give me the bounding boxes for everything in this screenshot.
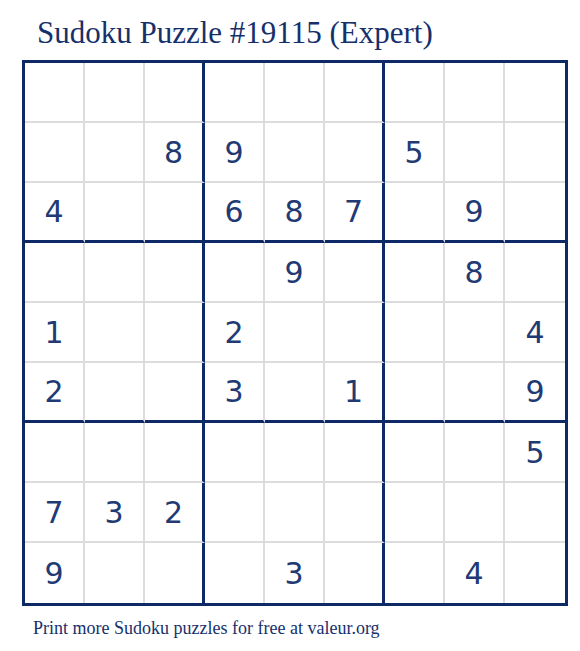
cell-r9c2 bbox=[85, 543, 145, 603]
cell-r8c2: 3 bbox=[85, 483, 145, 543]
cell-r8c1: 7 bbox=[25, 483, 85, 543]
cell-r6c6: 1 bbox=[325, 363, 385, 423]
cell-r3c6: 7 bbox=[325, 183, 385, 243]
cell-r4c3 bbox=[145, 243, 205, 303]
cell-r3c3 bbox=[145, 183, 205, 243]
cell-r3c7 bbox=[385, 183, 445, 243]
cell-r9c8: 4 bbox=[445, 543, 505, 603]
cell-r5c7 bbox=[385, 303, 445, 363]
cell-r4c4 bbox=[205, 243, 265, 303]
cell-r6c8 bbox=[445, 363, 505, 423]
cell-r6c3 bbox=[145, 363, 205, 423]
cell-r8c3: 2 bbox=[145, 483, 205, 543]
cell-r4c9 bbox=[505, 243, 565, 303]
cell-r9c4 bbox=[205, 543, 265, 603]
cell-r9c1: 9 bbox=[25, 543, 85, 603]
cell-r6c1: 2 bbox=[25, 363, 85, 423]
cell-r4c2 bbox=[85, 243, 145, 303]
cell-r1c3 bbox=[145, 63, 205, 123]
cell-r7c9: 5 bbox=[505, 423, 565, 483]
cell-r5c3 bbox=[145, 303, 205, 363]
cell-r2c9 bbox=[505, 123, 565, 183]
cell-r9c3 bbox=[145, 543, 205, 603]
cell-r6c5 bbox=[265, 363, 325, 423]
cell-r1c9 bbox=[505, 63, 565, 123]
cell-r9c7 bbox=[385, 543, 445, 603]
cell-r2c5 bbox=[265, 123, 325, 183]
cell-r7c5 bbox=[265, 423, 325, 483]
cell-r6c4: 3 bbox=[205, 363, 265, 423]
cell-r2c1 bbox=[25, 123, 85, 183]
cell-r2c4: 9 bbox=[205, 123, 265, 183]
cell-r3c8: 9 bbox=[445, 183, 505, 243]
cell-r6c2 bbox=[85, 363, 145, 423]
cell-r8c4 bbox=[205, 483, 265, 543]
cell-r7c8 bbox=[445, 423, 505, 483]
footer-text: Print more Sudoku puzzles for free at va… bbox=[33, 618, 380, 639]
cell-r8c8 bbox=[445, 483, 505, 543]
cell-r9c5: 3 bbox=[265, 543, 325, 603]
cell-r5c1: 1 bbox=[25, 303, 85, 363]
cell-r1c6 bbox=[325, 63, 385, 123]
cell-r7c7 bbox=[385, 423, 445, 483]
cell-r3c9 bbox=[505, 183, 565, 243]
cell-r1c8 bbox=[445, 63, 505, 123]
cell-r1c2 bbox=[85, 63, 145, 123]
cell-r5c8 bbox=[445, 303, 505, 363]
cell-r4c5: 9 bbox=[265, 243, 325, 303]
cell-r3c1: 4 bbox=[25, 183, 85, 243]
cell-r4c6 bbox=[325, 243, 385, 303]
cell-r3c5: 8 bbox=[265, 183, 325, 243]
cell-r3c2 bbox=[85, 183, 145, 243]
cell-r4c8: 8 bbox=[445, 243, 505, 303]
cell-r5c9: 4 bbox=[505, 303, 565, 363]
cell-r5c5 bbox=[265, 303, 325, 363]
cell-r7c1 bbox=[25, 423, 85, 483]
cell-r7c4 bbox=[205, 423, 265, 483]
cell-r7c3 bbox=[145, 423, 205, 483]
cell-r2c8 bbox=[445, 123, 505, 183]
cell-r7c6 bbox=[325, 423, 385, 483]
sudoku-board: 895468799812423195732934 bbox=[22, 60, 568, 606]
cell-r6c7 bbox=[385, 363, 445, 423]
cell-r9c9 bbox=[505, 543, 565, 603]
cell-r4c1 bbox=[25, 243, 85, 303]
cell-r1c1 bbox=[25, 63, 85, 123]
page-title: Sudoku Puzzle #19115 (Expert) bbox=[37, 16, 433, 50]
cell-r2c7: 5 bbox=[385, 123, 445, 183]
cell-r1c7 bbox=[385, 63, 445, 123]
cell-r8c5 bbox=[265, 483, 325, 543]
cell-r8c6 bbox=[325, 483, 385, 543]
cell-r5c2 bbox=[85, 303, 145, 363]
cell-r3c4: 6 bbox=[205, 183, 265, 243]
cell-r9c6 bbox=[325, 543, 385, 603]
cell-r7c2 bbox=[85, 423, 145, 483]
cell-r8c9 bbox=[505, 483, 565, 543]
cell-r2c3: 8 bbox=[145, 123, 205, 183]
cell-r2c6 bbox=[325, 123, 385, 183]
cell-r6c9: 9 bbox=[505, 363, 565, 423]
cell-r5c6 bbox=[325, 303, 385, 363]
cell-r5c4: 2 bbox=[205, 303, 265, 363]
cell-r8c7 bbox=[385, 483, 445, 543]
cell-r1c5 bbox=[265, 63, 325, 123]
cell-r4c7 bbox=[385, 243, 445, 303]
cell-r2c2 bbox=[85, 123, 145, 183]
cell-r1c4 bbox=[205, 63, 265, 123]
